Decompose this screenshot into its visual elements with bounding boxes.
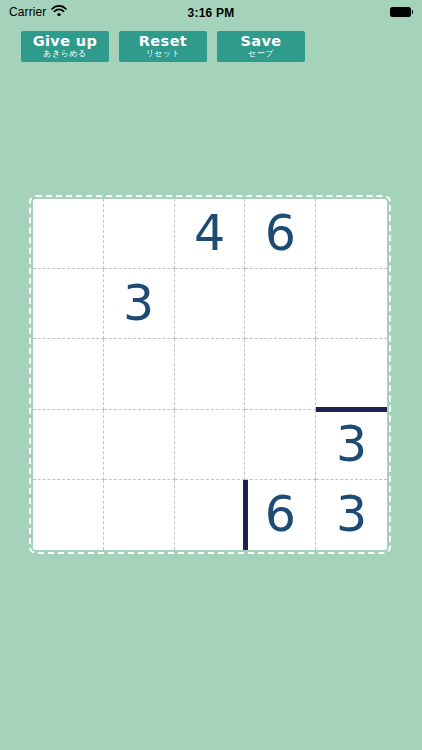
drawn-line-vertical — [243, 480, 248, 550]
grid-cell-r1c5[interactable] — [316, 199, 387, 269]
clock: 3:16 PM — [188, 6, 235, 20]
clue-number: 6 — [265, 490, 296, 539]
battery-icon — [390, 7, 413, 17]
clue-number: 3 — [336, 490, 367, 539]
grid-cell-r2c2[interactable]: 3 — [104, 269, 175, 339]
reset-button[interactable]: Reset リセット — [119, 31, 207, 62]
grid-cell-r3c1[interactable] — [33, 339, 104, 409]
grid-cell-r4c1[interactable] — [33, 410, 104, 480]
grid-cell-r4c2[interactable] — [104, 410, 175, 480]
clue-number: 3 — [123, 279, 154, 328]
grid-cell-r3c4[interactable] — [245, 339, 316, 409]
status-bar: Carrier 3:16 PM — [0, 0, 422, 22]
grid-cell-r5c3[interactable] — [175, 480, 246, 550]
grid-cell-r5c1[interactable] — [33, 480, 104, 550]
grid-cell-r5c4[interactable]: 6 — [245, 480, 316, 550]
give-up-button[interactable]: Give up あきらめる — [21, 31, 109, 62]
save-button[interactable]: Save セーブ — [217, 31, 305, 62]
drawn-line-horizontal — [316, 407, 387, 412]
grid-cell-r5c2[interactable] — [104, 480, 175, 550]
grid-cell-r3c5[interactable] — [316, 339, 387, 409]
save-label: Save — [240, 34, 281, 49]
give-up-sublabel: あきらめる — [43, 50, 86, 58]
clue-number: 6 — [265, 209, 296, 258]
clue-number: 3 — [336, 420, 367, 469]
save-sublabel: セーブ — [248, 50, 274, 58]
grid-cell-r4c4[interactable] — [245, 410, 316, 480]
grid-cell-r2c5[interactable] — [316, 269, 387, 339]
grid-cell-r4c3[interactable] — [175, 410, 246, 480]
clue-number: 4 — [194, 209, 225, 258]
grid-cell-r2c1[interactable] — [33, 269, 104, 339]
reset-sublabel: リセット — [146, 50, 181, 58]
carrier-label: Carrier — [9, 5, 46, 19]
grid-cell-r3c3[interactable] — [175, 339, 246, 409]
grid-cell-r1c4[interactable]: 6 — [245, 199, 316, 269]
grid-cell-r2c3[interactable] — [175, 269, 246, 339]
grid-cell-r1c2[interactable] — [104, 199, 175, 269]
grid-cell-r2c4[interactable] — [245, 269, 316, 339]
give-up-label: Give up — [33, 34, 98, 49]
reset-label: Reset — [139, 34, 187, 49]
grid-cell-r4c5[interactable]: 3 — [316, 410, 387, 480]
grid-cell-r5c5[interactable]: 3 — [316, 480, 387, 550]
puzzle-board[interactable]: 463363 — [33, 199, 387, 550]
wifi-icon — [51, 3, 67, 21]
grid-cell-r1c1[interactable] — [33, 199, 104, 269]
grid-cell-r3c2[interactable] — [104, 339, 175, 409]
grid-cell-r1c3[interactable]: 4 — [175, 199, 246, 269]
toolbar: Give up あきらめる Reset リセット Save セーブ — [21, 31, 305, 62]
